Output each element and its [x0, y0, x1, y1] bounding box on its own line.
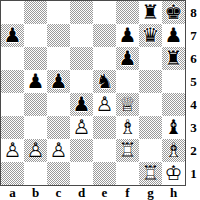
square-f1[interactable]: [116, 162, 139, 185]
square-g2[interactable]: [139, 139, 162, 162]
square-f3[interactable]: ♝♗: [116, 116, 139, 139]
square-h1[interactable]: ♚♔: [162, 162, 185, 185]
square-a1[interactable]: [1, 162, 24, 185]
square-a3[interactable]: [1, 116, 24, 139]
square-g1[interactable]: ♜♖: [139, 162, 162, 185]
square-c8[interactable]: [47, 1, 70, 24]
square-a5[interactable]: [1, 70, 24, 93]
black-queen-g7: ♛: [139, 24, 162, 47]
square-b6[interactable]: [24, 47, 47, 70]
square-g3[interactable]: [139, 116, 162, 139]
black-pawn-f6: ♟: [116, 47, 139, 70]
square-e1[interactable]: [93, 162, 116, 185]
file-label-e: e: [93, 186, 116, 200]
square-c7[interactable]: [47, 24, 70, 47]
square-a4[interactable]: [1, 93, 24, 116]
square-g6[interactable]: [139, 47, 162, 70]
black-rook-g8: ♜: [139, 1, 162, 24]
white-queen-f4: ♛♕: [116, 93, 139, 116]
square-c2[interactable]: ♟♙: [47, 139, 70, 162]
square-c3[interactable]: [47, 116, 70, 139]
square-f8[interactable]: [116, 1, 139, 24]
square-a2[interactable]: ♟♙: [1, 139, 24, 162]
square-d3[interactable]: ♟♙: [70, 116, 93, 139]
white-pawn-e4: ♟♙: [93, 93, 116, 116]
chess-diagram: ♜♚♟♟♛♟♟♜♟♟♞♟♟♙♛♕♟♙♝♗♝♟♙♟♙♟♙♜♖♝♗♜♖♚♔ a b …: [0, 0, 200, 200]
black-pawn-c5: ♟: [47, 70, 70, 93]
square-f2[interactable]: ♜♖: [116, 139, 139, 162]
rank-labels: 8 7 6 5 4 3 2 1: [187, 1, 200, 185]
square-c6[interactable]: [47, 47, 70, 70]
rank-label-5: 5: [187, 70, 200, 93]
square-d6[interactable]: [70, 47, 93, 70]
square-d7[interactable]: [70, 24, 93, 47]
square-b2[interactable]: ♟♙: [24, 139, 47, 162]
square-h2[interactable]: ♝♗: [162, 139, 185, 162]
square-c5[interactable]: ♟: [47, 70, 70, 93]
white-king-h1: ♚♔: [162, 162, 185, 185]
square-f5[interactable]: [116, 70, 139, 93]
square-a7[interactable]: ♟: [1, 24, 24, 47]
white-rook-f2: ♜♖: [116, 139, 139, 162]
square-b1[interactable]: [24, 162, 47, 185]
white-bishop-h2: ♝♗: [162, 139, 185, 162]
rank-label-8: 8: [187, 1, 200, 24]
square-f6[interactable]: ♟: [116, 47, 139, 70]
square-e3[interactable]: [93, 116, 116, 139]
white-pawn-c2: ♟♙: [47, 139, 70, 162]
square-e7[interactable]: [93, 24, 116, 47]
file-label-a: a: [1, 186, 24, 200]
square-h7[interactable]: ♟: [162, 24, 185, 47]
square-h6[interactable]: ♜: [162, 47, 185, 70]
square-d8[interactable]: [70, 1, 93, 24]
square-g8[interactable]: ♜: [139, 1, 162, 24]
rank-label-4: 4: [187, 93, 200, 116]
black-pawn-a7: ♟: [1, 24, 24, 47]
square-c1[interactable]: [47, 162, 70, 185]
black-pawn-b5: ♟: [24, 70, 47, 93]
file-label-d: d: [70, 186, 93, 200]
white-rook-g1: ♜♖: [139, 162, 162, 185]
file-label-f: f: [116, 186, 139, 200]
white-bishop-f3: ♝♗: [116, 116, 139, 139]
black-pawn-d4: ♟: [70, 93, 93, 116]
square-b3[interactable]: [24, 116, 47, 139]
file-labels: a b c d e f g h: [1, 186, 185, 200]
square-d1[interactable]: [70, 162, 93, 185]
square-h3[interactable]: ♝: [162, 116, 185, 139]
rank-label-2: 2: [187, 139, 200, 162]
square-b4[interactable]: [24, 93, 47, 116]
square-g5[interactable]: [139, 70, 162, 93]
black-pawn-h7: ♟: [162, 24, 185, 47]
square-f4[interactable]: ♛♕: [116, 93, 139, 116]
square-d4[interactable]: ♟: [70, 93, 93, 116]
black-bishop-h3: ♝: [162, 116, 185, 139]
chess-board: ♜♚♟♟♛♟♟♜♟♟♞♟♟♙♛♕♟♙♝♗♝♟♙♟♙♟♙♜♖♝♗♜♖♚♔: [0, 0, 186, 186]
file-label-c: c: [47, 186, 70, 200]
black-king-h8: ♚: [162, 1, 185, 24]
square-f7[interactable]: ♟: [116, 24, 139, 47]
rank-label-3: 3: [187, 116, 200, 139]
rank-label-6: 6: [187, 47, 200, 70]
black-rook-h6: ♜: [162, 47, 185, 70]
square-h8[interactable]: ♚: [162, 1, 185, 24]
square-d2[interactable]: [70, 139, 93, 162]
square-h5[interactable]: [162, 70, 185, 93]
file-label-h: h: [162, 186, 185, 200]
square-h4[interactable]: [162, 93, 185, 116]
file-label-b: b: [24, 186, 47, 200]
black-pawn-f7: ♟: [116, 24, 139, 47]
square-d5[interactable]: [70, 70, 93, 93]
square-e8[interactable]: [93, 1, 116, 24]
rank-label-7: 7: [187, 24, 200, 47]
white-pawn-a2: ♟♙: [1, 139, 24, 162]
file-label-g: g: [139, 186, 162, 200]
square-b7[interactable]: [24, 24, 47, 47]
square-e5[interactable]: ♞: [93, 70, 116, 93]
square-c4[interactable]: [47, 93, 70, 116]
black-knight-e5: ♞: [93, 70, 116, 93]
rank-label-1: 1: [187, 162, 200, 185]
white-pawn-d3: ♟♙: [70, 116, 93, 139]
square-e6[interactable]: [93, 47, 116, 70]
square-b8[interactable]: [24, 1, 47, 24]
white-pawn-b2: ♟♙: [24, 139, 47, 162]
square-e2[interactable]: [93, 139, 116, 162]
square-e4[interactable]: ♟♙: [93, 93, 116, 116]
square-b5[interactable]: ♟: [24, 70, 47, 93]
square-a8[interactable]: [1, 1, 24, 24]
square-g7[interactable]: ♛: [139, 24, 162, 47]
square-a6[interactable]: [1, 47, 24, 70]
square-g4[interactable]: [139, 93, 162, 116]
